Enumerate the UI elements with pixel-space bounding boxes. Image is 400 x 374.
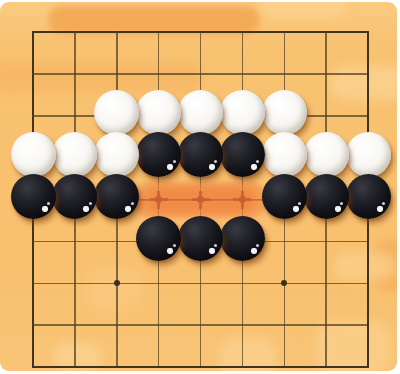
black-stone[interactable]: [346, 174, 391, 219]
stone-sparkle: [173, 160, 176, 163]
white-stone[interactable]: [262, 90, 307, 135]
white-stone[interactable]: [136, 90, 181, 135]
grid-line-horizontal: [32, 324, 369, 326]
stone-sparkle: [214, 244, 217, 247]
black-stone[interactable]: [11, 174, 56, 219]
stone-sparkle: [214, 160, 217, 163]
white-stone[interactable]: [346, 132, 391, 177]
wood-texture-streak: [374, 240, 397, 292]
white-stone[interactable]: [304, 132, 349, 177]
wood-texture-streak: [334, 252, 396, 280]
black-stone[interactable]: [136, 132, 181, 177]
white-stone[interactable]: [94, 90, 139, 135]
stone-sparkle: [251, 164, 257, 170]
stone-sparkle: [131, 202, 134, 205]
black-stone[interactable]: [52, 174, 97, 219]
stone-sparkle: [298, 202, 301, 205]
black-stone[interactable]: [262, 174, 307, 219]
wood-texture-streak: [52, 342, 102, 371]
stone-sparkle: [377, 206, 383, 212]
stone-sparkle: [251, 248, 257, 254]
stone-sparkle: [125, 206, 131, 212]
stone-sparkle: [209, 164, 215, 170]
highlight-cross: [239, 196, 246, 203]
wood-texture-streak: [262, 2, 346, 18]
star-point: [281, 280, 287, 286]
white-stone[interactable]: [11, 132, 56, 177]
black-stone[interactable]: [304, 174, 349, 219]
black-stone[interactable]: [94, 174, 139, 219]
white-stone[interactable]: [178, 90, 223, 135]
stone-sparkle: [167, 164, 173, 170]
stone-sparkle: [293, 206, 299, 212]
go-board[interactable]: [0, 2, 397, 371]
stone-sparkle: [83, 206, 89, 212]
wood-texture-streak: [220, 338, 276, 371]
black-stone[interactable]: [220, 216, 265, 261]
white-stone[interactable]: [94, 132, 139, 177]
white-stone[interactable]: [52, 132, 97, 177]
wood-texture-streak: [0, 62, 203, 92]
wood-texture-streak: [86, 268, 142, 310]
black-stone[interactable]: [220, 132, 265, 177]
stone-sparkle: [382, 202, 385, 205]
highlight-cross: [197, 196, 204, 203]
star-point: [114, 280, 120, 286]
stone-sparkle: [256, 160, 259, 163]
grid-line-horizontal: [32, 283, 369, 285]
stone-sparkle: [209, 248, 215, 254]
grid-line-horizontal: [32, 31, 369, 33]
black-stone[interactable]: [136, 216, 181, 261]
stone-sparkle: [42, 206, 48, 212]
stone-sparkle: [256, 244, 259, 247]
stone-sparkle: [173, 244, 176, 247]
black-stone[interactable]: [178, 132, 223, 177]
wood-texture-streak: [330, 66, 397, 100]
stone-sparkle: [47, 202, 50, 205]
white-stone[interactable]: [220, 90, 265, 135]
highlight-cross: [155, 196, 162, 203]
grid-line-horizontal: [32, 366, 369, 368]
stone-sparkle: [340, 202, 343, 205]
black-stone[interactable]: [178, 216, 223, 261]
stone-sparkle: [167, 248, 173, 254]
stone-sparkle: [89, 202, 92, 205]
wood-texture-streak: [316, 322, 390, 371]
stone-sparkle: [335, 206, 341, 212]
white-stone[interactable]: [262, 132, 307, 177]
wood-texture-streak: [48, 6, 260, 34]
grid-line-horizontal: [32, 73, 369, 75]
